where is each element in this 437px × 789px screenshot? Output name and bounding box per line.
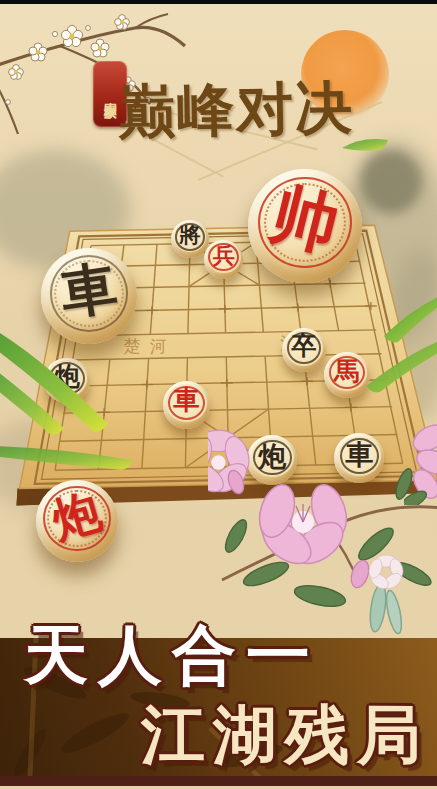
piece-face-label: 兵: [207, 242, 241, 273]
bamboo-leaf-top-icon: [340, 132, 390, 158]
decorative-piece-帅-red: 帅: [248, 169, 362, 283]
flower-pale: [367, 555, 406, 592]
piece-卒-black[interactable]: 卒: [282, 328, 327, 373]
piece-face-label: 將: [174, 222, 207, 252]
azalea-flower-right-icon: [404, 420, 437, 505]
bamboo-leaves-left-icon: [0, 320, 200, 480]
piece-兵-red[interactable]: 兵: [204, 240, 243, 279]
piece-將-black[interactable]: 將: [171, 220, 209, 258]
tagline-line2: 江湖残局: [141, 692, 429, 779]
bamboo-leaves-right-icon: [350, 292, 437, 402]
azalea-flowers-icon: [208, 424, 437, 624]
game-logo-seal-text: 中国象棋: [101, 92, 119, 96]
game-title: 巅峰对决: [117, 70, 374, 144]
piece-face-label: 卒: [285, 330, 323, 366]
status-bar: [0, 0, 437, 4]
decorative-piece-炮-red: 炮: [36, 480, 118, 562]
promo-screen: 中国象棋 巅峰对决 楚河汉界 將 兵 卒 炮 馬 車 炮 車 帅 車: [0, 0, 437, 789]
tagline-line1: 天人合一: [24, 612, 320, 699]
